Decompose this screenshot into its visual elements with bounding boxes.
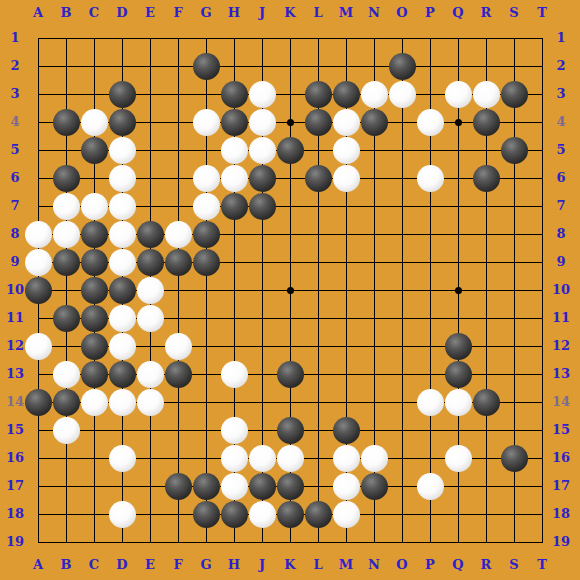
white-stone [109,137,136,164]
black-stone [277,473,304,500]
white-stone [109,305,136,332]
column-label-bottom: H [224,556,244,574]
white-stone [109,193,136,220]
white-stone [417,389,444,416]
black-stone [193,473,220,500]
row-label-right: 2 [548,57,574,75]
white-stone [193,109,220,136]
star-point [287,287,294,294]
row-label-left: 16 [2,449,28,467]
column-label-bottom: G [196,556,216,574]
white-stone [193,193,220,220]
column-label-top: D [112,4,132,22]
black-stone [81,361,108,388]
white-stone [109,221,136,248]
white-stone [193,165,220,192]
white-stone [137,305,164,332]
star-point [287,119,294,126]
row-label-left: 13 [2,365,28,383]
column-label-bottom: O [392,556,412,574]
column-label-top: G [196,4,216,22]
row-label-left: 3 [2,85,28,103]
black-stone [221,109,248,136]
row-label-right: 11 [548,309,574,327]
column-label-bottom: A [28,556,48,574]
column-label-top: P [420,4,440,22]
white-stone [389,81,416,108]
column-label-bottom: B [56,556,76,574]
row-label-right: 19 [548,533,574,551]
white-stone [277,445,304,472]
black-stone [53,109,80,136]
black-stone [361,473,388,500]
white-stone [249,501,276,528]
go-board[interactable]: AABBCCDDEEFFGGHHJJKKLLMMNNOOPPQQRRSSTT11… [0,0,580,580]
column-label-bottom: F [168,556,188,574]
black-stone [137,249,164,276]
star-point [455,287,462,294]
column-label-bottom: R [476,556,496,574]
row-label-right: 13 [548,365,574,383]
white-stone [361,81,388,108]
white-stone [25,221,52,248]
white-stone [165,333,192,360]
row-label-right: 18 [548,505,574,523]
column-label-top: J [252,4,272,22]
black-stone [81,221,108,248]
black-stone [165,361,192,388]
white-stone [221,165,248,192]
black-stone [109,277,136,304]
black-stone [221,193,248,220]
black-stone [221,501,248,528]
white-stone [25,333,52,360]
black-stone [53,305,80,332]
white-stone [221,445,248,472]
row-label-left: 18 [2,505,28,523]
black-stone [305,501,332,528]
white-stone [221,417,248,444]
row-label-left: 15 [2,421,28,439]
black-stone [81,333,108,360]
white-stone [361,445,388,472]
column-label-bottom: K [280,556,300,574]
white-stone [445,445,472,472]
black-stone [445,361,472,388]
row-label-right: 16 [548,449,574,467]
black-stone [389,53,416,80]
black-stone [165,473,192,500]
black-stone [445,333,472,360]
black-stone [81,249,108,276]
black-stone [305,109,332,136]
black-stone [53,249,80,276]
white-stone [333,445,360,472]
column-label-bottom: Q [448,556,468,574]
black-stone [501,137,528,164]
white-stone [137,361,164,388]
black-stone [193,249,220,276]
white-stone [333,137,360,164]
white-stone [81,389,108,416]
black-stone [333,81,360,108]
black-stone [53,165,80,192]
black-stone [277,501,304,528]
black-stone [109,361,136,388]
column-label-top: L [308,4,328,22]
white-stone [333,473,360,500]
white-stone [249,109,276,136]
black-stone [25,277,52,304]
row-label-right: 8 [548,225,574,243]
white-stone [81,109,108,136]
column-label-bottom: E [140,556,160,574]
black-stone [165,249,192,276]
white-stone [109,389,136,416]
column-label-bottom: N [364,556,384,574]
row-label-right: 12 [548,337,574,355]
black-stone [53,389,80,416]
black-stone [277,137,304,164]
white-stone [417,165,444,192]
row-label-right: 14 [548,393,574,411]
column-label-top: N [364,4,384,22]
black-stone [473,109,500,136]
column-label-top: K [280,4,300,22]
row-label-left: 6 [2,169,28,187]
row-label-right: 17 [548,477,574,495]
white-stone [445,81,472,108]
white-stone [165,221,192,248]
black-stone [109,109,136,136]
white-stone [249,81,276,108]
white-stone [25,249,52,276]
black-stone [81,277,108,304]
row-label-left: 2 [2,57,28,75]
black-stone [473,165,500,192]
black-stone [277,417,304,444]
column-label-bottom: J [252,556,272,574]
white-stone [109,445,136,472]
black-stone [361,109,388,136]
row-label-left: 4 [2,113,28,131]
row-label-right: 7 [548,197,574,215]
white-stone [445,389,472,416]
black-stone [193,53,220,80]
row-label-left: 11 [2,309,28,327]
black-stone [81,305,108,332]
column-label-top: C [84,4,104,22]
white-stone [81,193,108,220]
black-stone [109,81,136,108]
column-label-top: S [504,4,524,22]
row-label-left: 7 [2,197,28,215]
column-label-top: M [336,4,356,22]
column-label-top: Q [448,4,468,22]
black-stone [473,389,500,416]
black-stone [501,445,528,472]
column-label-bottom: C [84,556,104,574]
white-stone [417,473,444,500]
white-stone [333,501,360,528]
white-stone [137,277,164,304]
row-label-left: 19 [2,533,28,551]
black-stone [249,193,276,220]
row-label-left: 17 [2,477,28,495]
black-stone [25,389,52,416]
column-label-top: F [168,4,188,22]
black-stone [305,165,332,192]
black-stone [81,137,108,164]
column-label-top: B [56,4,76,22]
column-label-bottom: L [308,556,328,574]
white-stone [333,109,360,136]
column-label-top: T [532,4,552,22]
row-label-right: 10 [548,281,574,299]
white-stone [109,501,136,528]
white-stone [53,193,80,220]
column-label-bottom: D [112,556,132,574]
white-stone [53,221,80,248]
column-label-bottom: M [336,556,356,574]
row-label-right: 3 [548,85,574,103]
row-label-right: 9 [548,253,574,271]
row-label-right: 5 [548,141,574,159]
row-label-right: 4 [548,113,574,131]
column-label-top: A [28,4,48,22]
black-stone [501,81,528,108]
black-stone [249,165,276,192]
row-label-right: 1 [548,29,574,47]
white-stone [53,361,80,388]
white-stone [249,445,276,472]
white-stone [333,165,360,192]
column-label-bottom: T [532,556,552,574]
row-label-left: 5 [2,141,28,159]
white-stone [137,389,164,416]
white-stone [221,137,248,164]
white-stone [109,333,136,360]
column-label-bottom: P [420,556,440,574]
row-label-right: 15 [548,421,574,439]
black-stone [277,361,304,388]
white-stone [473,81,500,108]
white-stone [221,361,248,388]
column-label-top: O [392,4,412,22]
black-stone [193,221,220,248]
column-label-top: E [140,4,160,22]
column-label-bottom: S [504,556,524,574]
white-stone [221,473,248,500]
black-stone [333,417,360,444]
black-stone [193,501,220,528]
row-label-right: 6 [548,169,574,187]
white-stone [53,417,80,444]
black-stone [249,473,276,500]
white-stone [109,165,136,192]
black-stone [305,81,332,108]
white-stone [417,109,444,136]
black-stone [221,81,248,108]
column-label-top: H [224,4,244,22]
white-stone [249,137,276,164]
column-label-top: R [476,4,496,22]
row-label-left: 1 [2,29,28,47]
star-point [455,119,462,126]
white-stone [109,249,136,276]
black-stone [137,221,164,248]
